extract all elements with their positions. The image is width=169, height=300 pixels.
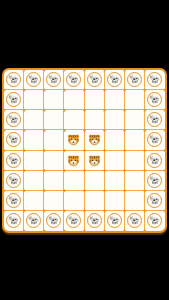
board-cell[interactable]: [145, 211, 165, 231]
cow-piece[interactable]: [6, 72, 21, 87]
tiger-piece[interactable]: [88, 154, 101, 167]
cow-icon: [8, 215, 19, 226]
cow-piece[interactable]: [107, 213, 122, 228]
screen: [0, 0, 169, 300]
cow-piece[interactable]: [87, 72, 102, 87]
board-cell[interactable]: [85, 110, 105, 130]
cow-icon: [129, 215, 140, 226]
board-cell[interactable]: [125, 151, 145, 171]
board-cell[interactable]: [4, 90, 24, 110]
cow-icon: [8, 155, 19, 166]
board-cell[interactable]: [145, 110, 165, 130]
cow-piece[interactable]: [66, 72, 81, 87]
board-cell[interactable]: [105, 130, 125, 150]
board-cell[interactable]: [24, 211, 44, 231]
cow-icon: [149, 175, 160, 186]
board-cell[interactable]: [24, 70, 44, 90]
cow-piece[interactable]: [6, 132, 21, 147]
cow-piece[interactable]: [46, 213, 61, 228]
cow-piece[interactable]: [6, 193, 21, 208]
board-cell[interactable]: [85, 151, 105, 171]
cow-icon: [68, 74, 79, 85]
cow-icon: [149, 155, 160, 166]
cow-icon: [8, 134, 19, 145]
board-cell[interactable]: [125, 130, 145, 150]
board-grid: [4, 70, 165, 231]
board-cell[interactable]: [125, 90, 145, 110]
board-cell[interactable]: [64, 211, 84, 231]
board-cell[interactable]: [105, 110, 125, 130]
cow-icon: [129, 74, 140, 85]
cow-icon: [109, 215, 120, 226]
tiger-face-icon: [67, 133, 80, 146]
cow-icon: [48, 215, 59, 226]
board-cell[interactable]: [125, 211, 145, 231]
cow-icon: [89, 215, 100, 226]
board-cell[interactable]: [64, 130, 84, 150]
cow-icon: [8, 94, 19, 105]
tiger-piece[interactable]: [67, 133, 80, 146]
cow-icon: [8, 114, 19, 125]
board-cell[interactable]: [4, 171, 24, 191]
board-cell[interactable]: [24, 90, 44, 110]
board-cell[interactable]: [4, 151, 24, 171]
cow-piece[interactable]: [147, 213, 162, 228]
cow-piece[interactable]: [6, 173, 21, 188]
cow-piece[interactable]: [26, 213, 41, 228]
cow-icon: [149, 94, 160, 105]
cow-piece[interactable]: [46, 72, 61, 87]
board-cell[interactable]: [145, 151, 165, 171]
board-cell[interactable]: [44, 171, 64, 191]
cow-icon: [109, 74, 120, 85]
cow-piece[interactable]: [6, 112, 21, 127]
board-cell[interactable]: [105, 211, 125, 231]
cow-icon: [48, 74, 59, 85]
board-cell[interactable]: [105, 151, 125, 171]
cow-piece[interactable]: [6, 153, 21, 168]
cow-piece[interactable]: [147, 72, 162, 87]
board-cell[interactable]: [64, 90, 84, 110]
cow-icon: [28, 74, 39, 85]
board-cell[interactable]: [105, 171, 125, 191]
board-cell[interactable]: [24, 110, 44, 130]
cow-icon: [8, 74, 19, 85]
board-cell[interactable]: [105, 90, 125, 110]
cow-piece[interactable]: [66, 213, 81, 228]
board-cell[interactable]: [4, 191, 24, 211]
board-cell[interactable]: [85, 70, 105, 90]
board-cell[interactable]: [4, 110, 24, 130]
tiger-piece[interactable]: [88, 133, 101, 146]
cow-piece[interactable]: [127, 72, 142, 87]
board-cell[interactable]: [64, 171, 84, 191]
board-cell[interactable]: [125, 191, 145, 211]
cow-piece[interactable]: [6, 92, 21, 107]
board-cell[interactable]: [85, 211, 105, 231]
board-cell[interactable]: [125, 70, 145, 90]
tiger-piece[interactable]: [67, 154, 80, 167]
board-cell[interactable]: [64, 110, 84, 130]
cow-icon: [149, 74, 160, 85]
cow-icon: [149, 134, 160, 145]
cow-icon: [149, 114, 160, 125]
cow-piece[interactable]: [6, 213, 21, 228]
board-cell[interactable]: [44, 191, 64, 211]
tiger-face-icon: [88, 154, 101, 167]
cow-icon: [8, 175, 19, 186]
board-cell[interactable]: [24, 171, 44, 191]
board-cell[interactable]: [105, 191, 125, 211]
cow-piece[interactable]: [107, 72, 122, 87]
board-cell[interactable]: [145, 90, 165, 110]
board-cell[interactable]: [4, 130, 24, 150]
cow-icon: [89, 74, 100, 85]
board-cell[interactable]: [125, 171, 145, 191]
board-cell[interactable]: [125, 110, 145, 130]
board-cell[interactable]: [44, 151, 64, 171]
board-cell[interactable]: [85, 191, 105, 211]
tiger-face-icon: [67, 154, 80, 167]
board-cell[interactable]: [4, 70, 24, 90]
cow-icon: [28, 215, 39, 226]
cow-piece[interactable]: [147, 153, 162, 168]
board-cell[interactable]: [44, 70, 64, 90]
board-cell[interactable]: [24, 191, 44, 211]
board-cell[interactable]: [105, 70, 125, 90]
board-cell[interactable]: [4, 211, 24, 231]
board-cell[interactable]: [44, 90, 64, 110]
cow-piece[interactable]: [147, 173, 162, 188]
cow-piece[interactable]: [147, 92, 162, 107]
cow-icon: [149, 195, 160, 206]
board-cell[interactable]: [24, 130, 44, 150]
cow-piece[interactable]: [87, 213, 102, 228]
board-cell[interactable]: [145, 70, 165, 90]
cow-piece[interactable]: [147, 112, 162, 127]
board-cell[interactable]: [64, 70, 84, 90]
board-cell[interactable]: [24, 151, 44, 171]
board-cell[interactable]: [64, 191, 84, 211]
cow-piece[interactable]: [26, 72, 41, 87]
game-board: [2, 68, 167, 233]
cow-piece[interactable]: [147, 193, 162, 208]
tiger-face-icon: [88, 133, 101, 146]
board-cell[interactable]: [85, 171, 105, 191]
board-cell[interactable]: [64, 151, 84, 171]
board-cell[interactable]: [145, 191, 165, 211]
board-cell[interactable]: [44, 211, 64, 231]
cow-piece[interactable]: [127, 213, 142, 228]
cow-icon: [68, 215, 79, 226]
board-cell[interactable]: [85, 130, 105, 150]
cow-icon: [149, 215, 160, 226]
board-cell[interactable]: [85, 90, 105, 110]
board-cell[interactable]: [145, 130, 165, 150]
cow-icon: [8, 195, 19, 206]
cow-piece[interactable]: [147, 132, 162, 147]
board-cell[interactable]: [44, 130, 64, 150]
board-cell[interactable]: [145, 171, 165, 191]
board-cell[interactable]: [44, 110, 64, 130]
